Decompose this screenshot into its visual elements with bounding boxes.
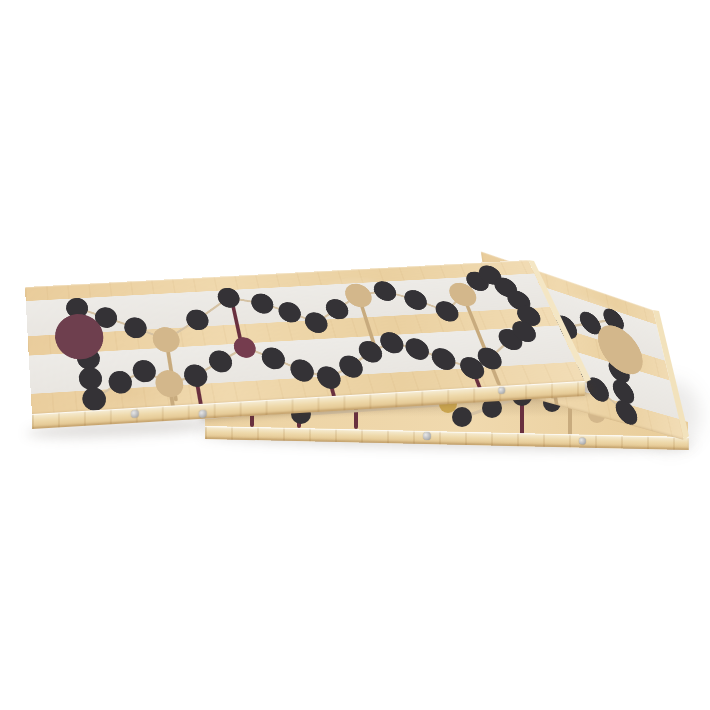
product-photo-scene xyxy=(0,0,710,710)
screw-icon xyxy=(199,410,207,418)
track-dot xyxy=(452,407,472,427)
screw-icon xyxy=(498,386,505,393)
screw-icon xyxy=(423,432,431,440)
screw-icon xyxy=(578,437,585,444)
screw-icon xyxy=(131,410,139,418)
